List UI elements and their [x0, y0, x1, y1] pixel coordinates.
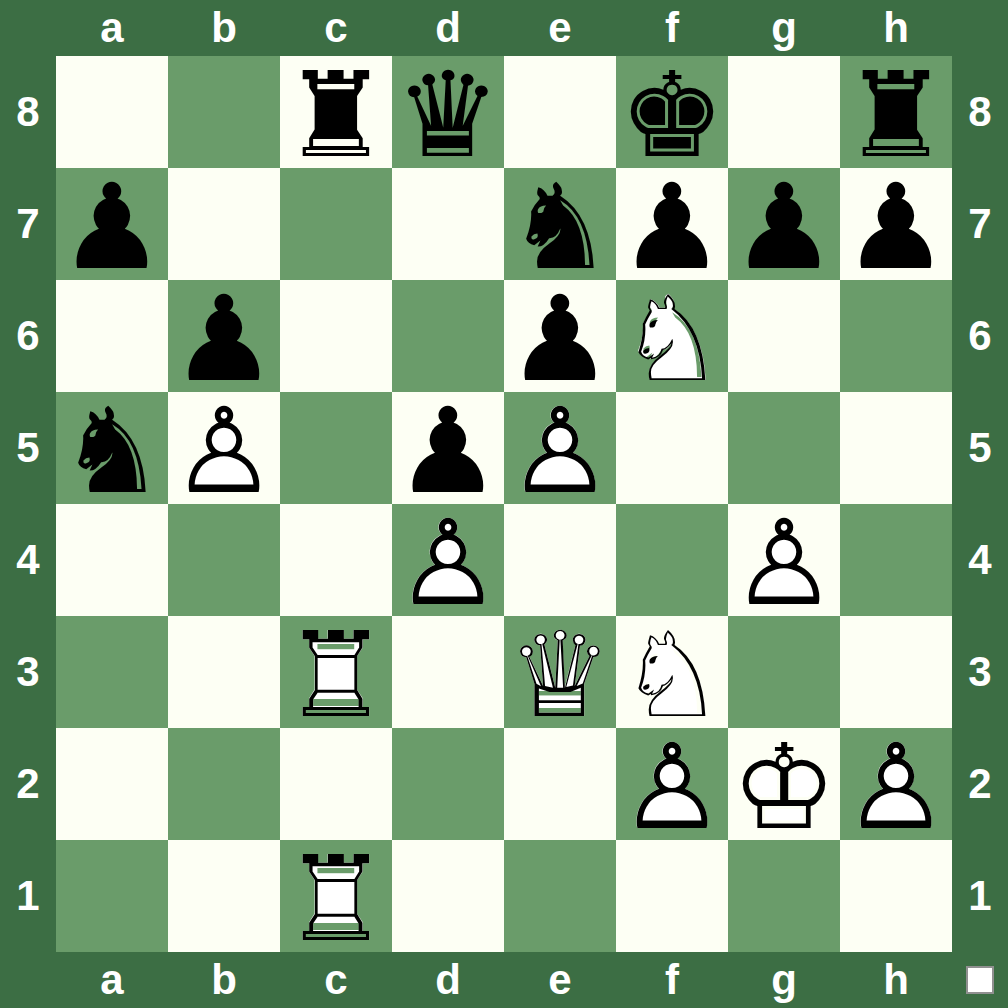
square-c1[interactable]: ♜♖ [280, 840, 392, 952]
rank-label-7: 7 [952, 168, 1008, 280]
piece-black-rook: ♜ [840, 56, 952, 168]
piece-white-queen: ♛♕ [504, 616, 616, 728]
square-b4[interactable] [168, 504, 280, 616]
square-a4[interactable] [56, 504, 168, 616]
square-c2[interactable] [280, 728, 392, 840]
rank-label-8: 8 [952, 56, 1008, 168]
square-b7[interactable] [168, 168, 280, 280]
piece-black-queen: ♛ [392, 56, 504, 168]
file-labels-top: abcdefgh [56, 0, 952, 56]
piece-black-pawn: ♟ [728, 168, 840, 280]
rank-label-4: 4 [952, 504, 1008, 616]
black-pawn-icon: ♟ [59, 168, 165, 286]
black-rook-icon: ♜ [283, 56, 389, 174]
square-f7[interactable]: ♟ [616, 168, 728, 280]
piece-black-rook: ♜ [280, 56, 392, 168]
piece-black-knight: ♞ [504, 168, 616, 280]
file-label-b: b [168, 0, 280, 56]
file-label-a: a [56, 0, 168, 56]
square-d4[interactable]: ♟♙ [392, 504, 504, 616]
file-label-h: h [840, 952, 952, 1008]
rank-label-2: 2 [952, 728, 1008, 840]
rank-label-6: 6 [952, 280, 1008, 392]
black-queen-icon: ♛ [395, 56, 501, 174]
square-c5[interactable] [280, 392, 392, 504]
piece-black-king: ♚ [616, 56, 728, 168]
square-a8[interactable] [56, 56, 168, 168]
square-g4[interactable]: ♟♙ [728, 504, 840, 616]
black-pawn-icon: ♟ [843, 168, 949, 286]
piece-white-pawn: ♟♙ [616, 728, 728, 840]
square-h7[interactable]: ♟ [840, 168, 952, 280]
rank-label-3: 3 [0, 616, 56, 728]
file-label-e: e [504, 952, 616, 1008]
rank-label-5: 5 [952, 392, 1008, 504]
square-f5[interactable] [616, 392, 728, 504]
square-g7[interactable]: ♟ [728, 168, 840, 280]
piece-black-pawn: ♟ [840, 168, 952, 280]
piece-black-pawn: ♟ [168, 280, 280, 392]
black-pawn-icon: ♟ [395, 392, 501, 510]
square-e4[interactable] [504, 504, 616, 616]
square-c8[interactable]: ♜ [280, 56, 392, 168]
file-label-g: g [728, 952, 840, 1008]
square-h6[interactable] [840, 280, 952, 392]
square-b1[interactable] [168, 840, 280, 952]
square-c4[interactable] [280, 504, 392, 616]
piece-white-pawn: ♟♙ [168, 392, 280, 504]
square-h2[interactable]: ♟♙ [840, 728, 952, 840]
rank-label-4: 4 [0, 504, 56, 616]
square-g2[interactable]: ♚♔ [728, 728, 840, 840]
white-pawn-outline-icon: ♙ [395, 504, 501, 622]
square-b2[interactable] [168, 728, 280, 840]
file-label-f: f [616, 952, 728, 1008]
square-e6[interactable]: ♟ [504, 280, 616, 392]
file-label-e: e [504, 0, 616, 56]
square-a2[interactable] [56, 728, 168, 840]
square-d2[interactable] [392, 728, 504, 840]
black-rook-icon: ♜ [843, 56, 949, 174]
piece-white-rook: ♜♖ [280, 616, 392, 728]
white-pawn-outline-icon: ♙ [731, 504, 837, 622]
square-a7[interactable]: ♟ [56, 168, 168, 280]
square-h8[interactable]: ♜ [840, 56, 952, 168]
white-rook-outline-icon: ♖ [283, 616, 389, 734]
square-c7[interactable] [280, 168, 392, 280]
file-label-d: d [392, 952, 504, 1008]
white-pawn-outline-icon: ♙ [507, 392, 613, 510]
square-d7[interactable] [392, 168, 504, 280]
rank-label-8: 8 [0, 56, 56, 168]
white-queen-outline-icon: ♕ [507, 616, 613, 734]
piece-black-knight: ♞ [56, 392, 168, 504]
black-pawn-icon: ♟ [507, 280, 613, 398]
square-d6[interactable] [392, 280, 504, 392]
square-a3[interactable] [56, 616, 168, 728]
square-e5[interactable]: ♟♙ [504, 392, 616, 504]
square-g3[interactable] [728, 616, 840, 728]
square-h1[interactable] [840, 840, 952, 952]
square-e8[interactable] [504, 56, 616, 168]
rank-label-7: 7 [0, 168, 56, 280]
file-labels-bottom: abcdefgh [56, 952, 952, 1008]
square-b3[interactable] [168, 616, 280, 728]
piece-black-pawn: ♟ [504, 280, 616, 392]
square-a6[interactable] [56, 280, 168, 392]
square-f2[interactable]: ♟♙ [616, 728, 728, 840]
white-rook-outline-icon: ♖ [283, 840, 389, 958]
black-pawn-icon: ♟ [619, 168, 725, 286]
square-e1[interactable] [504, 840, 616, 952]
black-knight-icon: ♞ [59, 392, 165, 510]
piece-black-pawn: ♟ [392, 392, 504, 504]
square-g8[interactable] [728, 56, 840, 168]
rank-label-1: 1 [952, 840, 1008, 952]
square-d5[interactable]: ♟ [392, 392, 504, 504]
square-f3[interactable]: ♞♘ [616, 616, 728, 728]
square-f4[interactable] [616, 504, 728, 616]
square-a5[interactable]: ♞ [56, 392, 168, 504]
square-f8[interactable]: ♚ [616, 56, 728, 168]
piece-white-pawn: ♟♙ [840, 728, 952, 840]
rank-label-5: 5 [0, 392, 56, 504]
square-g6[interactable] [728, 280, 840, 392]
black-king-icon: ♚ [619, 56, 725, 174]
piece-white-king: ♚♔ [728, 728, 840, 840]
black-pawn-icon: ♟ [171, 280, 277, 398]
square-h5[interactable] [840, 392, 952, 504]
square-e2[interactable] [504, 728, 616, 840]
white-pawn-outline-icon: ♙ [843, 728, 949, 846]
square-d3[interactable] [392, 616, 504, 728]
square-c3[interactable]: ♜♖ [280, 616, 392, 728]
square-b5[interactable]: ♟♙ [168, 392, 280, 504]
rank-label-3: 3 [952, 616, 1008, 728]
white-pawn-outline-icon: ♙ [619, 728, 725, 846]
square-b6[interactable]: ♟ [168, 280, 280, 392]
square-f6[interactable]: ♞♘ [616, 280, 728, 392]
rank-label-2: 2 [0, 728, 56, 840]
chess-board-frame: abcdefgh abcdefgh 87654321 87654321 ♜♛♚♜… [0, 0, 1008, 1008]
chess-board: ♜♛♚♜♟♞♟♟♟♟♟♞♘♞♟♙♟♟♙♟♙♟♙♜♖♛♕♞♘♟♙♚♔♟♙♜♖ [56, 56, 952, 952]
white-king-outline-icon: ♔ [731, 728, 837, 846]
square-g1[interactable] [728, 840, 840, 952]
black-knight-icon: ♞ [507, 168, 613, 286]
white-knight-outline-icon: ♘ [619, 280, 725, 398]
square-f1[interactable] [616, 840, 728, 952]
square-d1[interactable] [392, 840, 504, 952]
piece-white-pawn: ♟♙ [504, 392, 616, 504]
black-pawn-icon: ♟ [731, 168, 837, 286]
square-h3[interactable] [840, 616, 952, 728]
square-e3[interactable]: ♛♕ [504, 616, 616, 728]
piece-black-pawn: ♟ [56, 168, 168, 280]
square-d8[interactable]: ♛ [392, 56, 504, 168]
piece-white-knight: ♞♘ [616, 616, 728, 728]
rank-label-6: 6 [0, 280, 56, 392]
piece-black-pawn: ♟ [616, 168, 728, 280]
square-h4[interactable] [840, 504, 952, 616]
rank-labels-left: 87654321 [0, 56, 56, 952]
square-g5[interactable] [728, 392, 840, 504]
rank-label-1: 1 [0, 840, 56, 952]
white-pawn-outline-icon: ♙ [171, 392, 277, 510]
square-e7[interactable]: ♞ [504, 168, 616, 280]
white-to-move-indicator [966, 966, 994, 994]
square-c6[interactable] [280, 280, 392, 392]
piece-white-pawn: ♟♙ [392, 504, 504, 616]
square-a1[interactable] [56, 840, 168, 952]
piece-white-rook: ♜♖ [280, 840, 392, 952]
square-b8[interactable] [168, 56, 280, 168]
white-knight-outline-icon: ♘ [619, 616, 725, 734]
file-label-g: g [728, 0, 840, 56]
file-label-a: a [56, 952, 168, 1008]
piece-white-knight: ♞♘ [616, 280, 728, 392]
piece-white-pawn: ♟♙ [728, 504, 840, 616]
rank-labels-right: 87654321 [952, 56, 1008, 952]
file-label-b: b [168, 952, 280, 1008]
